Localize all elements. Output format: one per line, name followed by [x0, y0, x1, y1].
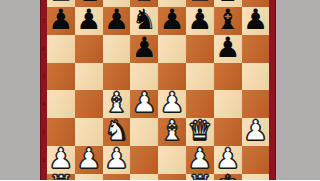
square-e3[interactable]: ♝ — [158, 118, 186, 146]
square-g3[interactable] — [214, 118, 242, 146]
square-d1[interactable] — [130, 174, 158, 181]
square-b2[interactable]: ♟ — [75, 146, 103, 174]
piece-white-rook: ♜ — [48, 172, 73, 180]
rank-label-4: 4 — [40, 90, 47, 118]
square-g7[interactable]: ♝ — [214, 7, 242, 35]
square-a2[interactable]: ♟ — [47, 146, 75, 174]
square-c4[interactable]: ♝ — [103, 90, 131, 118]
chess-board: ♜♞♛♜♚♟♟♟♞♟♟♝♟♟♟♝♟♟♞♝♛♟♟♟♟♟♟♜♜♚ — [47, 0, 269, 180]
piece-black-bishop: ♝ — [215, 6, 240, 34]
square-g5[interactable] — [214, 63, 242, 91]
square-d6[interactable]: ♟ — [130, 35, 158, 63]
square-h2[interactable] — [242, 146, 270, 174]
square-e7[interactable]: ♟ — [158, 7, 186, 35]
square-a3[interactable] — [47, 118, 75, 146]
piece-white-rook: ♜ — [187, 172, 212, 180]
square-e4[interactable]: ♟ — [158, 90, 186, 118]
square-a6[interactable] — [47, 35, 75, 63]
square-g8[interactable]: ♚ — [214, 0, 242, 7]
piece-white-pawn: ♟ — [104, 145, 129, 173]
square-c7[interactable]: ♟ — [103, 7, 131, 35]
square-h5[interactable] — [242, 63, 270, 91]
square-b8[interactable]: ♞ — [75, 0, 103, 7]
piece-black-knight: ♞ — [76, 0, 101, 6]
square-f5[interactable] — [186, 63, 214, 91]
piece-black-pawn: ♟ — [215, 34, 240, 62]
square-b6[interactable] — [75, 35, 103, 63]
rank-label-7: 7 — [40, 7, 47, 35]
square-c6[interactable] — [103, 35, 131, 63]
square-g1[interactable]: ♚ — [214, 174, 242, 181]
piece-white-knight: ♞ — [104, 117, 129, 145]
square-f6[interactable] — [186, 35, 214, 63]
square-c2[interactable]: ♟ — [103, 146, 131, 174]
piece-black-pawn: ♟ — [160, 6, 185, 34]
square-h3[interactable]: ♟ — [242, 118, 270, 146]
square-b4[interactable] — [75, 90, 103, 118]
square-g4[interactable] — [214, 90, 242, 118]
rank-label-6: 6 — [40, 35, 47, 63]
piece-black-pawn: ♟ — [76, 6, 101, 34]
square-d2[interactable] — [130, 146, 158, 174]
square-h1[interactable] — [242, 174, 270, 181]
square-e5[interactable] — [158, 63, 186, 91]
square-d7[interactable]: ♞ — [130, 7, 158, 35]
square-f1[interactable]: ♜ — [186, 174, 214, 181]
square-b7[interactable]: ♟ — [75, 7, 103, 35]
application-window: ♜♞♛♜♚♟♟♟♞♟♟♝♟♟♟♝♟♟♞♝♛♟♟♟♟♟♟♜♜♚ 87654321 — [0, 0, 320, 180]
square-f4[interactable] — [186, 90, 214, 118]
square-f3[interactable]: ♛ — [186, 118, 214, 146]
piece-black-pawn: ♟ — [132, 34, 157, 62]
piece-black-knight: ♞ — [132, 6, 157, 34]
square-d8[interactable]: ♛ — [130, 0, 158, 7]
piece-black-pawn: ♟ — [243, 6, 268, 34]
piece-black-king: ♚ — [215, 0, 240, 6]
square-b5[interactable] — [75, 63, 103, 91]
rank-label-5: 5 — [40, 63, 47, 91]
square-h7[interactable]: ♟ — [242, 7, 270, 35]
piece-white-bishop: ♝ — [160, 117, 185, 145]
piece-white-king: ♚ — [215, 172, 240, 180]
square-a7[interactable]: ♟ — [47, 7, 75, 35]
square-h8[interactable] — [242, 0, 270, 7]
square-g6[interactable]: ♟ — [214, 35, 242, 63]
piece-white-pawn: ♟ — [187, 145, 212, 173]
square-f2[interactable]: ♟ — [186, 146, 214, 174]
piece-black-pawn: ♟ — [104, 6, 129, 34]
square-c3[interactable]: ♞ — [103, 118, 131, 146]
square-e2[interactable] — [158, 146, 186, 174]
square-d5[interactable] — [130, 63, 158, 91]
square-f7[interactable]: ♟ — [186, 7, 214, 35]
piece-white-pawn: ♟ — [215, 145, 240, 173]
square-b3[interactable] — [75, 118, 103, 146]
piece-black-pawn: ♟ — [48, 6, 73, 34]
square-d3[interactable] — [130, 118, 158, 146]
square-e8[interactable] — [158, 0, 186, 7]
square-g2[interactable]: ♟ — [214, 146, 242, 174]
piece-white-pawn: ♟ — [132, 89, 157, 117]
square-a5[interactable] — [47, 63, 75, 91]
square-h6[interactable] — [242, 35, 270, 63]
piece-white-queen: ♛ — [187, 117, 212, 145]
chess-board-frame: ♜♞♛♜♚♟♟♟♞♟♟♝♟♟♟♝♟♟♞♝♛♟♟♟♟♟♟♜♜♚ 87654321 — [40, 0, 276, 180]
square-b1[interactable] — [75, 174, 103, 181]
square-d4[interactable]: ♟ — [130, 90, 158, 118]
piece-black-rook: ♜ — [187, 0, 212, 6]
rank-label-2: 2 — [40, 146, 47, 174]
rank-label-3: 3 — [40, 118, 47, 146]
square-h4[interactable] — [242, 90, 270, 118]
rank-label-8: 8 — [40, 0, 47, 7]
piece-black-queen: ♛ — [132, 0, 157, 6]
piece-black-pawn: ♟ — [187, 6, 212, 34]
square-c5[interactable] — [103, 63, 131, 91]
square-a1[interactable]: ♜ — [47, 174, 75, 181]
square-e1[interactable] — [158, 174, 186, 181]
piece-white-pawn: ♟ — [160, 89, 185, 117]
square-c8[interactable] — [103, 0, 131, 7]
piece-white-pawn: ♟ — [243, 117, 268, 145]
piece-black-rook: ♜ — [48, 0, 73, 6]
piece-white-bishop: ♝ — [104, 89, 129, 117]
piece-white-pawn: ♟ — [76, 145, 101, 173]
square-a8[interactable]: ♜ — [47, 0, 75, 7]
rank-label-1: 1 — [40, 174, 47, 181]
square-f8[interactable]: ♜ — [186, 0, 214, 7]
square-e6[interactable] — [158, 35, 186, 63]
square-a4[interactable] — [47, 90, 75, 118]
square-c1[interactable] — [103, 174, 131, 181]
piece-white-pawn: ♟ — [48, 145, 73, 173]
